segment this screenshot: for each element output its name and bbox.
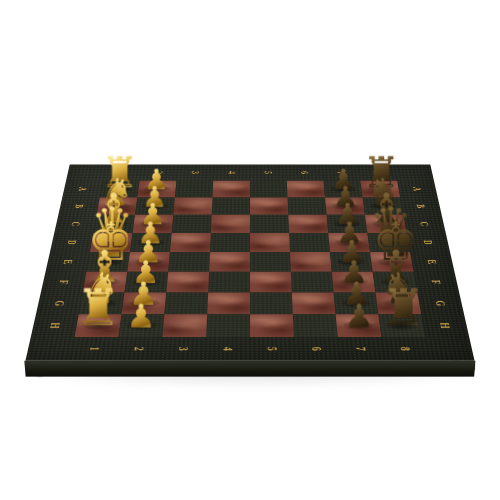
board-grid: ♜♟♟♜♞♟♟♞♝♟♟♝♛♟♟♛♚♟♟♚♝♟♟♝♞♟♟♞♜♟♟♜ — [75, 181, 426, 337]
rank-label: 1 — [70, 337, 118, 361]
board-front-edge — [24, 361, 475, 377]
rank-label: 7 — [338, 337, 385, 361]
square-a3[interactable] — [175, 181, 213, 198]
square-h4[interactable] — [206, 314, 250, 337]
piece-gold-pawn[interactable]: ♟ — [119, 300, 163, 333]
square-d5[interactable] — [250, 233, 290, 252]
square-a5[interactable] — [250, 181, 288, 198]
square-a6[interactable] — [287, 181, 325, 198]
rank-label: 5 — [250, 337, 295, 361]
rank-labels-near: 1 2 3 4 5 6 7 8 — [70, 337, 429, 361]
chess-board: 1 2 3 4 5 6 7 8 1 2 3 4 5 6 7 8 A B — [25, 165, 474, 361]
square-c5[interactable] — [250, 215, 289, 233]
rank-label: 2 — [115, 337, 162, 361]
square-h8[interactable]: ♜ — [378, 314, 425, 337]
square-d4[interactable] — [210, 233, 250, 252]
square-g3[interactable] — [164, 293, 208, 315]
rank-label: 5 — [250, 165, 287, 181]
square-f3[interactable] — [166, 272, 209, 293]
square-g4[interactable] — [207, 293, 250, 315]
square-b6[interactable] — [288, 197, 327, 214]
square-b5[interactable] — [250, 197, 288, 214]
square-c3[interactable] — [172, 215, 212, 233]
square-h1[interactable]: ♜ — [75, 314, 122, 337]
square-e6[interactable] — [290, 252, 332, 272]
rank-label: 3 — [160, 337, 206, 361]
file-label: H — [421, 314, 469, 337]
rank-label: 6 — [286, 165, 324, 181]
piece-gold-rook[interactable]: ♜ — [76, 282, 120, 332]
square-b4[interactable] — [212, 197, 250, 214]
square-b3[interactable] — [173, 197, 212, 214]
rank-label: 8 — [382, 337, 430, 361]
perspective-scene: 1 2 3 4 5 6 7 8 1 2 3 4 5 6 7 8 A B — [0, 0, 500, 500]
rank-label: 4 — [213, 165, 250, 181]
piece-bronze-rook[interactable]: ♜ — [381, 282, 425, 332]
square-h6[interactable] — [293, 314, 338, 337]
square-h3[interactable] — [162, 314, 207, 337]
square-f6[interactable] — [291, 272, 334, 293]
square-h5[interactable] — [250, 314, 294, 337]
square-c4[interactable] — [211, 215, 250, 233]
square-h2[interactable]: ♟ — [118, 314, 164, 337]
square-c6[interactable] — [288, 215, 328, 233]
rank-label: 6 — [294, 337, 340, 361]
rank-label: 3 — [176, 165, 214, 181]
product-photo-stage: 1 2 3 4 5 6 7 8 1 2 3 4 5 6 7 8 A B — [0, 0, 500, 500]
rank-label: 4 — [205, 337, 250, 361]
file-label: H — [31, 314, 79, 337]
square-a4[interactable] — [212, 181, 250, 198]
square-e5[interactable] — [250, 252, 291, 272]
square-e4[interactable] — [209, 252, 250, 272]
square-d6[interactable] — [289, 233, 330, 252]
square-d3[interactable] — [170, 233, 211, 252]
square-g6[interactable] — [292, 293, 336, 315]
square-f5[interactable] — [250, 272, 292, 293]
square-g5[interactable] — [250, 293, 293, 315]
piece-bronze-pawn[interactable]: ♟ — [337, 300, 381, 333]
square-f4[interactable] — [208, 272, 250, 293]
square-h7[interactable]: ♟ — [336, 314, 382, 337]
square-e3[interactable] — [168, 252, 210, 272]
